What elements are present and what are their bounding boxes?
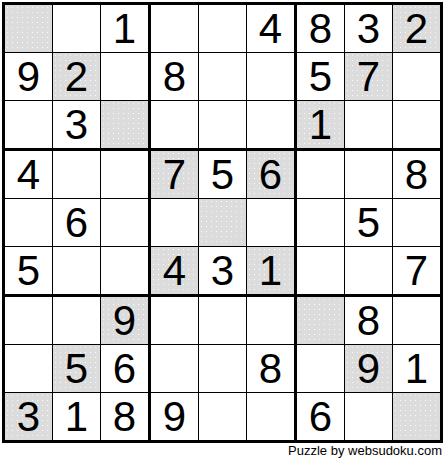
cell-r1c6: 4 <box>247 5 297 53</box>
cell-r3c6[interactable] <box>247 101 297 151</box>
cell-r8c3: 6 <box>101 345 151 393</box>
cell-r7c5[interactable] <box>199 297 247 345</box>
cell-r3c4[interactable] <box>151 101 199 151</box>
cell-r4c7[interactable] <box>297 151 345 199</box>
cell-r9c8[interactable] <box>345 393 393 440</box>
cell-r2c6[interactable] <box>247 53 297 101</box>
cell-r8c4[interactable] <box>151 345 199 393</box>
cell-r1c4[interactable] <box>151 5 199 53</box>
cell-r8c6: 8 <box>247 345 297 393</box>
cell-r8c7[interactable] <box>297 345 345 393</box>
cell-r7c9[interactable] <box>393 297 440 345</box>
cell-r2c5[interactable] <box>199 53 247 101</box>
sudoku-page: 148329285731475686554317985689131896 Puz… <box>0 0 445 460</box>
cell-r4c6: 6 <box>247 151 297 199</box>
cell-r7c4[interactable] <box>151 297 199 345</box>
cell-r2c2: 2 <box>53 53 101 101</box>
cell-r6c1: 5 <box>5 247 53 297</box>
cell-r2c7: 5 <box>297 53 345 101</box>
cell-r7c3: 9 <box>101 297 151 345</box>
cell-r2c8: 7 <box>345 53 393 101</box>
cell-r6c9: 7 <box>393 247 440 297</box>
cell-r6c6: 1 <box>247 247 297 297</box>
cell-r8c1[interactable] <box>5 345 53 393</box>
cell-r3c7: 1 <box>297 101 345 151</box>
cell-r5c2: 6 <box>53 199 101 247</box>
cell-r3c9[interactable] <box>393 101 440 151</box>
cell-r9c4: 9 <box>151 393 199 440</box>
cell-r7c8: 8 <box>345 297 393 345</box>
cell-r5c7[interactable] <box>297 199 345 247</box>
cell-r5c5[interactable] <box>199 199 247 247</box>
cell-r3c2: 3 <box>53 101 101 151</box>
cell-r6c5: 3 <box>199 247 247 297</box>
cell-r3c8[interactable] <box>345 101 393 151</box>
cell-r9c3: 8 <box>101 393 151 440</box>
cell-r5c3[interactable] <box>101 199 151 247</box>
cell-r2c4: 8 <box>151 53 199 101</box>
cell-r6c2[interactable] <box>53 247 101 297</box>
sudoku-board: 148329285731475686554317985689131896 <box>2 2 443 443</box>
cell-r1c8: 3 <box>345 5 393 53</box>
cell-r4c2[interactable] <box>53 151 101 199</box>
cell-r7c1[interactable] <box>5 297 53 345</box>
cell-r9c2: 1 <box>53 393 101 440</box>
cell-r8c2: 5 <box>53 345 101 393</box>
cell-r6c3[interactable] <box>101 247 151 297</box>
cell-r4c1: 4 <box>5 151 53 199</box>
cell-r7c6[interactable] <box>247 297 297 345</box>
cell-r5c1[interactable] <box>5 199 53 247</box>
cell-r2c3[interactable] <box>101 53 151 101</box>
cell-r3c1[interactable] <box>5 101 53 151</box>
cell-r9c7: 6 <box>297 393 345 440</box>
cell-r5c6[interactable] <box>247 199 297 247</box>
cell-r1c1[interactable] <box>5 5 53 53</box>
cell-r7c2[interactable] <box>53 297 101 345</box>
cell-r6c8[interactable] <box>345 247 393 297</box>
cell-r2c9[interactable] <box>393 53 440 101</box>
cell-r8c9: 1 <box>393 345 440 393</box>
cell-r3c5[interactable] <box>199 101 247 151</box>
cell-r9c9[interactable] <box>393 393 440 440</box>
cell-r1c9: 2 <box>393 5 440 53</box>
cell-r4c4: 7 <box>151 151 199 199</box>
cell-r5c9[interactable] <box>393 199 440 247</box>
cell-r8c5[interactable] <box>199 345 247 393</box>
cell-r4c3[interactable] <box>101 151 151 199</box>
cell-r8c8: 9 <box>345 345 393 393</box>
cell-r4c8[interactable] <box>345 151 393 199</box>
cell-r6c4: 4 <box>151 247 199 297</box>
cell-r4c5: 5 <box>199 151 247 199</box>
cell-r6c7[interactable] <box>297 247 345 297</box>
cell-r9c6[interactable] <box>247 393 297 440</box>
cell-r2c1: 9 <box>5 53 53 101</box>
cell-r9c1: 3 <box>5 393 53 440</box>
cell-r9c5[interactable] <box>199 393 247 440</box>
cell-r4c9: 8 <box>393 151 440 199</box>
cell-r5c4[interactable] <box>151 199 199 247</box>
cell-r1c7: 8 <box>297 5 345 53</box>
cell-r1c3: 1 <box>101 5 151 53</box>
cell-r1c5[interactable] <box>199 5 247 53</box>
cell-r1c2[interactable] <box>53 5 101 53</box>
cell-r3c3[interactable] <box>101 101 151 151</box>
puzzle-credit: Puzzle by websudoku.com <box>288 443 442 459</box>
cell-r7c7[interactable] <box>297 297 345 345</box>
cell-r5c8: 5 <box>345 199 393 247</box>
